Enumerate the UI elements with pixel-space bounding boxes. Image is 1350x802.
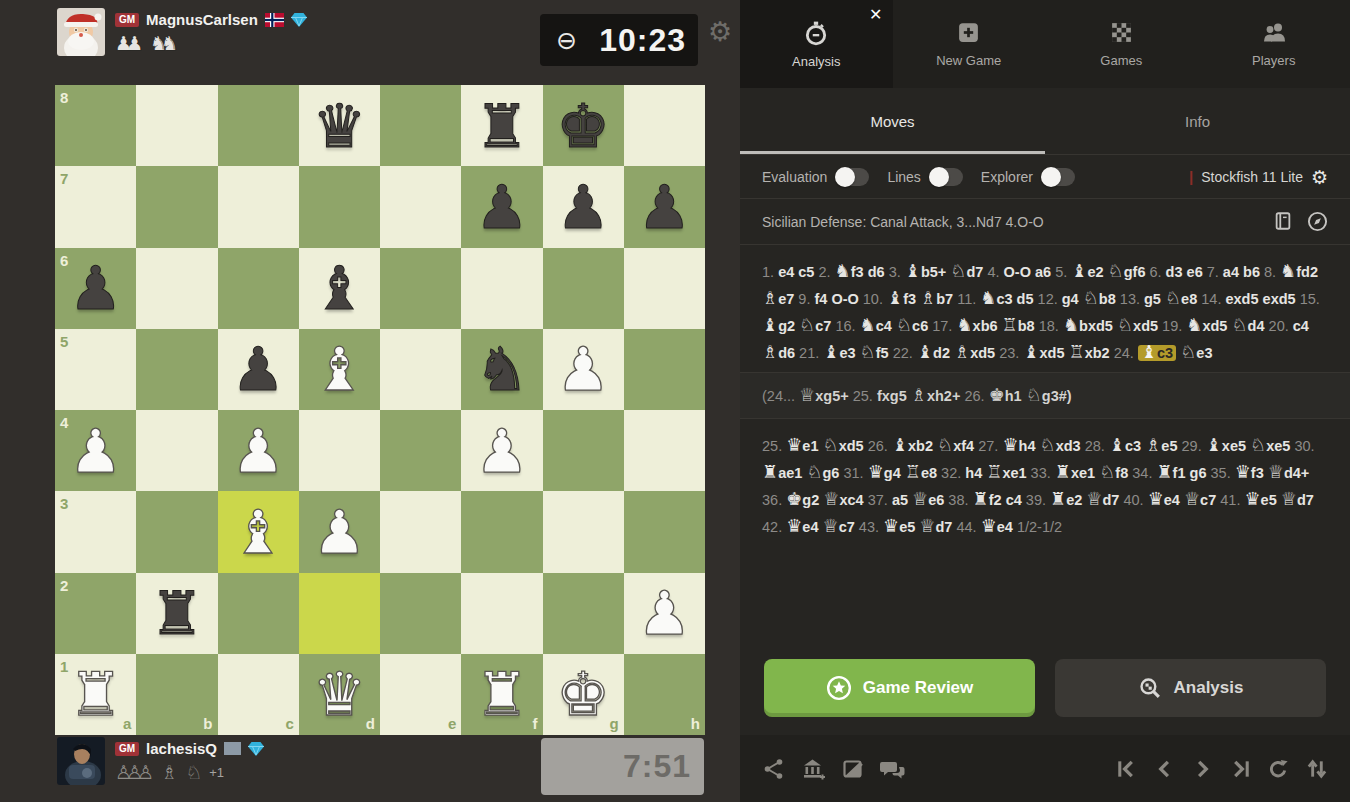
square-f6[interactable] (461, 248, 542, 329)
move-number: 3. (889, 264, 901, 280)
white-pawn[interactable]: ♟ (624, 573, 705, 654)
move[interactable]: ♘d4 (1231, 318, 1264, 334)
square-e6[interactable] (380, 248, 461, 329)
move[interactable]: ♝xd5 (1023, 345, 1064, 361)
square-e1[interactable]: e (380, 654, 461, 735)
square-c7[interactable] (218, 166, 299, 247)
white-king[interactable]: ♚ (543, 654, 624, 735)
figurine: ♘ (1250, 434, 1266, 455)
move-number: 28. (1085, 438, 1105, 454)
move[interactable]: ♗xh2+ (911, 388, 961, 404)
explorer-toggle-label: Explorer (981, 169, 1033, 185)
figurine: ♕ (1268, 461, 1284, 482)
square-c3[interactable]: ♝ (218, 491, 299, 572)
games-board-icon (1109, 20, 1134, 45)
move[interactable]: ♖e8 (905, 465, 937, 481)
square-a7[interactable]: 7 (55, 166, 136, 247)
move[interactable]: ♜xe1 (1055, 465, 1095, 481)
square-g7[interactable]: ♟ (543, 166, 624, 247)
figurine: ♘ (896, 314, 912, 335)
player-name-top[interactable]: MagnusCarlsen (146, 11, 258, 28)
move[interactable]: a4 (1223, 264, 1239, 280)
white-pawn[interactable]: ♟ (543, 329, 624, 410)
tab-analysis[interactable]: ✕ Analysis (740, 0, 893, 88)
tab-label: Players (1252, 53, 1295, 68)
move[interactable]: ♞f3 (835, 264, 864, 280)
player-top: GM MagnusCarlsen ♟♟ ♞♞ (57, 8, 307, 56)
figurine: ♛ (1148, 488, 1164, 509)
move[interactable]: d3 (1166, 264, 1183, 280)
square-b7[interactable] (136, 166, 217, 247)
last-move-icon[interactable] (1229, 757, 1252, 781)
file-label-c: c (285, 715, 293, 732)
move[interactable]: ♞c4 (860, 318, 892, 334)
figurine: ♖ (1002, 314, 1018, 335)
move-number: 9. (798, 291, 810, 307)
move-number: 41. (1220, 492, 1240, 508)
square-h5[interactable] (624, 329, 705, 410)
square-e3[interactable] (380, 491, 461, 572)
square-f7[interactable]: ♟ (461, 166, 542, 247)
square-c1[interactable]: c (218, 654, 299, 735)
move[interactable]: ♕d7 (919, 519, 952, 535)
move[interactable]: ♘f5 (860, 345, 889, 361)
next-move-icon[interactable] (1191, 757, 1214, 781)
figurine: ♕ (799, 384, 815, 405)
move[interactable]: ♘f8 (1099, 465, 1128, 481)
black-rook[interactable]: ♜ (136, 573, 217, 654)
figurine: ♝ (892, 434, 908, 455)
figurine: ♝ (823, 341, 839, 362)
square-b3[interactable] (136, 491, 217, 572)
square-d8[interactable]: ♛ (299, 85, 380, 166)
lines-toggle-label: Lines (887, 169, 920, 185)
rank-label-7: 7 (60, 170, 68, 187)
opening-row: Sicilian Defense: Canal Attack, 3...Nd7 … (740, 199, 1350, 245)
move[interactable]: ♕xc4 (823, 492, 863, 508)
white-queen[interactable]: ♛ (299, 654, 380, 735)
figurine: ♗ (762, 287, 778, 308)
move[interactable]: ♜ae1 (762, 465, 802, 481)
square-h4[interactable] (624, 410, 705, 491)
move[interactable]: ♘xd5 (1117, 318, 1158, 334)
figurine: ♛ (786, 434, 802, 455)
black-pawn[interactable]: ♟ (624, 166, 705, 247)
white-rook[interactable]: ♜ (461, 654, 542, 735)
clock-bottom-time: 7:51 (623, 748, 691, 785)
move[interactable]: ♞xd5 (1186, 318, 1227, 334)
board-settings-gear-icon[interactable]: ⚙ (708, 16, 732, 47)
square-f1[interactable]: f♜ (461, 654, 542, 735)
figurine: ♘ (1040, 434, 1056, 455)
square-f4[interactable]: ♟ (461, 410, 542, 491)
move[interactable]: ♜e2 (1050, 492, 1082, 508)
figurine: ♘ (823, 434, 839, 455)
figurine: ♗ (920, 287, 936, 308)
move-number: 43. (859, 519, 879, 535)
bottom-toolbar (740, 735, 1350, 802)
avatar[interactable] (57, 8, 105, 56)
square-e5[interactable] (380, 329, 461, 410)
move[interactable]: O-O (1004, 264, 1031, 280)
move[interactable]: ♝b5+ (905, 264, 947, 280)
move[interactable]: ♖xb2 (1069, 345, 1110, 361)
move-list-variation: (24... ♕xg5+ 25. fxg5 ♗xh2+ 26. ♚h1 ♘g3#… (740, 372, 1350, 419)
move-number: 2. (818, 264, 830, 280)
share-icon[interactable] (762, 757, 786, 781)
square-c5[interactable]: ♟ (218, 329, 299, 410)
black-rook[interactable]: ♜ (461, 85, 542, 166)
move[interactable]: ♝f3 (887, 291, 916, 307)
move[interactable]: ♘g6 (806, 465, 839, 481)
figurine: ♘ (950, 260, 966, 281)
move[interactable]: ♜f1 (1156, 465, 1185, 481)
figurine: ♘ (1231, 314, 1247, 335)
square-a6[interactable]: 6♟ (55, 248, 136, 329)
move[interactable]: ♝g2 (762, 318, 795, 334)
move[interactable]: ♝c3 (1109, 438, 1141, 454)
move[interactable]: exd5 (1263, 291, 1296, 307)
black-pawn[interactable]: ♟ (543, 166, 624, 247)
black-queen[interactable]: ♛ (299, 85, 380, 166)
square-h1[interactable]: h (624, 654, 705, 735)
move-number: 44. (956, 519, 976, 535)
move[interactable]: ♗e7 (762, 291, 794, 307)
move[interactable]: ♛e5 (883, 519, 915, 535)
black-king[interactable]: ♚ (543, 85, 624, 166)
captured-white-pawns: ♟♟ (115, 33, 143, 53)
figurine: ♝ (1023, 341, 1039, 362)
library-icon[interactable] (801, 757, 826, 781)
move[interactable]: g6 (1190, 465, 1207, 481)
player-name-bottom[interactable]: lachesisQ (146, 740, 217, 757)
square-a8[interactable]: 8 (55, 85, 136, 166)
move[interactable]: ♘b8 (1083, 291, 1116, 307)
move-number: 31. (843, 465, 863, 481)
move[interactable]: ♝c3 (1138, 345, 1176, 361)
move[interactable]: ♖xe1 (986, 465, 1026, 481)
tab-players[interactable]: Players (1198, 0, 1350, 88)
square-d4[interactable] (299, 410, 380, 491)
move-number: 18. (1039, 318, 1059, 334)
square-e2[interactable] (380, 573, 461, 654)
figurine: ♛ (981, 515, 997, 536)
square-e4[interactable] (380, 410, 461, 491)
move[interactable]: c5 (798, 264, 814, 280)
move[interactable]: ♘xe5 (1250, 438, 1290, 454)
move[interactable]: a5 (892, 492, 908, 508)
flip-board-icon[interactable] (1305, 757, 1328, 781)
white-rook[interactable]: ♜ (55, 654, 136, 735)
square-a1[interactable]: 1a♜ (55, 654, 136, 735)
move-number: 11. (957, 291, 976, 307)
move[interactable]: d6 (868, 264, 885, 280)
square-d2[interactable] (299, 573, 380, 654)
explorer-toggle[interactable] (1041, 168, 1075, 186)
figurine: ♝ (905, 260, 921, 281)
move[interactable]: ♝xb2 (892, 438, 933, 454)
chat-icon[interactable] (880, 757, 906, 781)
move-number: 8. (1264, 264, 1276, 280)
engine-name[interactable]: Stockfish 11 Lite (1201, 169, 1303, 185)
square-c8[interactable] (218, 85, 299, 166)
figurine: ♗ (1145, 434, 1161, 455)
move[interactable]: ♞c3 (980, 291, 1012, 307)
figurine: ♕ (1184, 488, 1200, 509)
move[interactable]: ♚g2 (786, 492, 819, 508)
black-pawn[interactable]: ♟ (461, 166, 542, 247)
figurine: ♘ (806, 461, 822, 482)
move[interactable]: ♛f3 (1235, 465, 1264, 481)
file-label-h: h (691, 715, 700, 732)
move[interactable]: ♛h4 (1002, 438, 1035, 454)
move-number: 34. (1132, 465, 1152, 481)
square-f3[interactable] (461, 491, 542, 572)
square-a5[interactable]: 5 (55, 329, 136, 410)
move[interactable]: ♝xe5 (1206, 438, 1246, 454)
square-c6[interactable] (218, 248, 299, 329)
move[interactable]: ♕c7 (823, 519, 855, 535)
white-pawn[interactable]: ♟ (299, 491, 380, 572)
move[interactable]: g4 (1062, 291, 1079, 307)
black-knight[interactable]: ♞ (461, 329, 542, 410)
avatar[interactable] (57, 737, 105, 785)
move[interactable]: ♕xg5+ (799, 388, 849, 404)
move-number: 6. (1149, 264, 1161, 280)
figurine: ♕ (912, 488, 928, 509)
white-bishop[interactable]: ♝ (299, 329, 380, 410)
square-h2[interactable]: ♟ (624, 573, 705, 654)
square-g1[interactable]: g♚ (543, 654, 624, 735)
square-e8[interactable] (380, 85, 461, 166)
file-label-e: e (448, 715, 456, 732)
figurine: ♛ (1235, 461, 1251, 482)
move[interactable]: ♘c7 (799, 318, 831, 334)
square-b5[interactable] (136, 329, 217, 410)
move[interactable]: ♕d7 (1086, 492, 1119, 508)
figurine: ♞ (980, 287, 996, 308)
tab-games[interactable]: Games (1045, 0, 1198, 88)
figurine: ♘ (860, 341, 876, 362)
panel-tabbar: ✕ Analysis New Game (740, 0, 1350, 88)
gray-flag-placeholder-icon (224, 742, 241, 755)
move[interactable]: b6 (1243, 264, 1260, 280)
square-a3[interactable]: 3 (55, 491, 136, 572)
square-h8[interactable] (624, 85, 705, 166)
close-icon[interactable]: ✕ (869, 5, 882, 24)
clock-bottom: 7:51 (541, 738, 704, 795)
move[interactable]: ♕d4+ (1268, 465, 1310, 481)
reset-refresh-icon[interactable] (1267, 757, 1290, 781)
black-pawn[interactable]: ♟ (218, 329, 299, 410)
figurine: ♕ (919, 515, 935, 536)
evaluation-toggle[interactable] (835, 168, 869, 186)
figurine: ♛ (883, 515, 899, 536)
square-b1[interactable]: b (136, 654, 217, 735)
subtab-moves[interactable]: Moves (740, 88, 1045, 154)
previous-move-icon[interactable] (1153, 757, 1176, 781)
opening-book-icon[interactable] (1273, 211, 1293, 231)
gm-badge: GM (115, 13, 139, 27)
white-bishop[interactable]: ♝ (218, 491, 299, 572)
move[interactable]: exd5 (1225, 291, 1258, 307)
figurine: ♜ (1156, 461, 1172, 482)
figurine: ♘ (1026, 384, 1042, 405)
move-number: 20. (1269, 318, 1289, 334)
move[interactable]: ♝e2 (1071, 264, 1103, 280)
norway-flag-icon (265, 13, 284, 27)
black-bishop[interactable]: ♝ (299, 248, 380, 329)
square-g3[interactable] (543, 491, 624, 572)
move[interactable]: c4 (1293, 318, 1309, 334)
move[interactable]: ♗d6 (762, 345, 795, 361)
move-number: 32. (941, 465, 961, 481)
move[interactable]: ♛e5 (1244, 492, 1276, 508)
move[interactable]: ♛e4 (786, 519, 818, 535)
move[interactable]: ♞fd2 (1280, 264, 1318, 280)
move[interactable]: fxg5 (877, 388, 907, 404)
opening-name[interactable]: Sicilian Defense: Canal Attack, 3...Nd7 … (762, 214, 1261, 230)
move[interactable]: h4 (965, 465, 982, 481)
file-label-b: b (203, 715, 212, 732)
explorer-compass-icon[interactable] (1307, 211, 1328, 232)
square-c4[interactable]: ♟ (218, 410, 299, 491)
engine-settings-gear-icon[interactable]: ⚙ (1311, 166, 1328, 188)
square-b8[interactable] (136, 85, 217, 166)
square-h3[interactable] (624, 491, 705, 572)
board-editor-icon[interactable] (841, 757, 865, 781)
figurine: ♜ (762, 461, 778, 482)
move[interactable]: ♘e3 (1180, 345, 1212, 361)
move[interactable]: ♛e4 (981, 519, 1013, 535)
figurine: ♛ (868, 461, 884, 482)
move-number: 25. (762, 438, 782, 454)
move[interactable]: ♚h1 (989, 388, 1022, 404)
game-review-button[interactable]: Game Review (764, 659, 1035, 717)
move[interactable]: ♕e6 (912, 492, 944, 508)
subtab-info[interactable]: Info (1045, 88, 1350, 154)
santa-avatar-image (57, 8, 105, 56)
square-c2[interactable] (218, 573, 299, 654)
move[interactable]: c4 (1006, 492, 1022, 508)
move[interactable]: ♗e5 (1145, 438, 1177, 454)
square-g2[interactable] (543, 573, 624, 654)
move-list-main: 1. e4 c5 2. ♞f3 d6 3. ♝b5+ ♘d7 4. O-O a6… (740, 245, 1350, 372)
move[interactable]: ♛g4 (868, 465, 901, 481)
square-f2[interactable] (461, 573, 542, 654)
figurine: ♞ (1186, 314, 1202, 335)
first-move-icon[interactable] (1115, 757, 1138, 781)
move[interactable]: ♖b8 (1002, 318, 1035, 334)
square-d6[interactable]: ♝ (299, 248, 380, 329)
tab-new-game[interactable]: New Game (893, 0, 1046, 88)
players-icon (1261, 20, 1287, 45)
square-b2[interactable]: ♜ (136, 573, 217, 654)
move[interactable]: g5 (1144, 291, 1161, 307)
square-d3[interactable]: ♟ (299, 491, 380, 572)
square-g5[interactable]: ♟ (543, 329, 624, 410)
move[interactable]: ♘gf6 (1108, 264, 1146, 280)
move[interactable]: ♝d2 (917, 345, 950, 361)
move-number: 1. (762, 264, 774, 280)
move-number: 16. (835, 318, 855, 334)
move[interactable]: ♘d7 (950, 264, 983, 280)
figurine: ♘ (1165, 287, 1181, 308)
figurine: ♝ (887, 287, 903, 308)
square-e7[interactable] (380, 166, 461, 247)
move[interactable]: e4 (778, 264, 794, 280)
square-a4[interactable]: 4♟ (55, 410, 136, 491)
move-number: 42. (762, 519, 782, 535)
captured-white-knights: ♞♞ (150, 33, 178, 53)
move[interactable]: d5 (1017, 291, 1034, 307)
move[interactable]: ♘xd5 (823, 438, 864, 454)
square-g4[interactable] (543, 410, 624, 491)
square-g6[interactable] (543, 248, 624, 329)
square-h6[interactable] (624, 248, 705, 329)
move[interactable]: ♝e3 (823, 345, 855, 361)
black-pawn[interactable]: ♟ (55, 248, 136, 329)
material-advantage: +1 (209, 765, 224, 780)
chess-board[interactable]: 8♛♜♚7♟♟♟6♟♝5♟♝♞♟4♟♟♟3♝♟2♜♟1a♜bcd♛ef♜g♚h (55, 85, 705, 735)
move[interactable]: ♞xb6 (956, 318, 997, 334)
white-pawn[interactable]: ♟ (218, 410, 299, 491)
move-number: 38. (948, 492, 968, 508)
move[interactable]: ♘xf4 (937, 438, 974, 454)
move[interactable]: ♗xd5 (954, 345, 995, 361)
square-d7[interactable] (299, 166, 380, 247)
analysis-button[interactable]: Analysis (1055, 659, 1326, 717)
figurine: ♘ (1099, 461, 1115, 482)
move[interactable]: ♞bxd5 (1063, 318, 1113, 334)
move[interactable]: O-O (831, 291, 858, 307)
white-pawn[interactable]: ♟ (461, 410, 542, 491)
move[interactable]: ♜f2 (973, 492, 1002, 508)
figurine: ♝ (1109, 434, 1125, 455)
move[interactable]: ♘e8 (1165, 291, 1197, 307)
move-number: 26. (964, 388, 984, 404)
square-f5[interactable]: ♞ (461, 329, 542, 410)
square-f8[interactable]: ♜ (461, 85, 542, 166)
engine-bar: | (1189, 168, 1193, 185)
square-a2[interactable]: 2 (55, 573, 136, 654)
figurine: ♞ (835, 260, 851, 281)
figurine: ♘ (1180, 341, 1196, 362)
white-pawn[interactable]: ♟ (55, 410, 136, 491)
square-d5[interactable]: ♝ (299, 329, 380, 410)
lines-toggle[interactable] (929, 168, 963, 186)
move[interactable]: ♗b7 (920, 291, 953, 307)
figurine: ♘ (1117, 314, 1133, 335)
move[interactable]: ♛e4 (1148, 492, 1180, 508)
square-b6[interactable] (136, 248, 217, 329)
square-d1[interactable]: d♛ (299, 654, 380, 735)
move[interactable]: ♘g3#) (1026, 388, 1072, 404)
move[interactable]: ♕d7 (1281, 492, 1314, 508)
move[interactable]: ♕c7 (1184, 492, 1216, 508)
move[interactable]: a6 (1035, 264, 1051, 280)
move[interactable]: ♛e1 (786, 438, 818, 454)
figurine: ♞ (956, 314, 972, 335)
move[interactable]: ♘c6 (896, 318, 928, 334)
move[interactable]: e6 (1187, 264, 1203, 280)
figurine: ♚ (786, 488, 802, 509)
move[interactable]: ♘xd3 (1040, 438, 1081, 454)
move[interactable]: f4 (814, 291, 827, 307)
square-g8[interactable]: ♚ (543, 85, 624, 166)
square-b4[interactable] (136, 410, 217, 491)
square-h7[interactable]: ♟ (624, 166, 705, 247)
